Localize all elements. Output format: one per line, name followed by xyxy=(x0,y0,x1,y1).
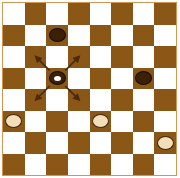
king-center-mark xyxy=(54,76,61,81)
square-r4c3[interactable] xyxy=(68,89,90,111)
square-r6c0[interactable] xyxy=(3,132,25,154)
square-r6c2[interactable] xyxy=(46,132,68,154)
square-r7c3[interactable] xyxy=(68,154,90,176)
square-r4c2[interactable] xyxy=(46,89,68,111)
square-r6c6[interactable] xyxy=(133,132,155,154)
square-r2c7[interactable] xyxy=(154,46,176,68)
square-r0c7[interactable] xyxy=(154,3,176,25)
square-r3c7[interactable] xyxy=(154,68,176,90)
square-r2c5[interactable] xyxy=(111,46,133,68)
square-r3c4[interactable] xyxy=(90,68,112,90)
square-r6c1[interactable] xyxy=(25,132,47,154)
square-r4c5[interactable] xyxy=(111,89,133,111)
square-r7c0[interactable] xyxy=(3,154,25,176)
light-man[interactable] xyxy=(92,114,109,128)
square-r1c6[interactable] xyxy=(133,25,155,47)
square-r1c7[interactable] xyxy=(154,25,176,47)
light-man[interactable] xyxy=(5,114,22,128)
dark-man[interactable] xyxy=(135,71,152,85)
square-r1c3[interactable] xyxy=(68,25,90,47)
square-r5c5[interactable] xyxy=(111,111,133,133)
square-r5c0[interactable] xyxy=(3,111,25,133)
square-r6c7[interactable] xyxy=(154,132,176,154)
checkers-app xyxy=(0,0,180,178)
square-r4c4[interactable] xyxy=(90,89,112,111)
square-r0c6[interactable] xyxy=(133,3,155,25)
square-r7c2[interactable] xyxy=(46,154,68,176)
square-r3c6[interactable] xyxy=(133,68,155,90)
square-r2c2[interactable] xyxy=(46,46,68,68)
square-r2c3[interactable] xyxy=(68,46,90,68)
square-r2c1[interactable] xyxy=(25,46,47,68)
square-r5c6[interactable] xyxy=(133,111,155,133)
square-r7c4[interactable] xyxy=(90,154,112,176)
square-r4c1[interactable] xyxy=(25,89,47,111)
square-r0c3[interactable] xyxy=(68,3,90,25)
square-r0c2[interactable] xyxy=(46,3,68,25)
square-r0c5[interactable] xyxy=(111,3,133,25)
square-r5c1[interactable] xyxy=(25,111,47,133)
square-r5c2[interactable] xyxy=(46,111,68,133)
square-r7c7[interactable] xyxy=(154,154,176,176)
square-r4c6[interactable] xyxy=(133,89,155,111)
square-r5c3[interactable] xyxy=(68,111,90,133)
square-r6c4[interactable] xyxy=(90,132,112,154)
square-r0c4[interactable] xyxy=(90,3,112,25)
square-r0c0[interactable] xyxy=(3,3,25,25)
square-r1c5[interactable] xyxy=(111,25,133,47)
square-r3c3[interactable] xyxy=(68,68,90,90)
square-r2c0[interactable] xyxy=(3,46,25,68)
square-r7c6[interactable] xyxy=(133,154,155,176)
dark-man[interactable] xyxy=(49,28,66,42)
square-r7c1[interactable] xyxy=(25,154,47,176)
square-r1c2[interactable] xyxy=(46,25,68,47)
square-r5c4[interactable] xyxy=(90,111,112,133)
square-r4c0[interactable] xyxy=(3,89,25,111)
square-r6c3[interactable] xyxy=(68,132,90,154)
square-r6c5[interactable] xyxy=(111,132,133,154)
checkers-board xyxy=(2,2,177,176)
square-r1c0[interactable] xyxy=(3,25,25,47)
square-r3c2[interactable] xyxy=(46,68,68,90)
dark-king-selected[interactable] xyxy=(49,71,66,85)
square-r3c1[interactable] xyxy=(25,68,47,90)
square-r3c0[interactable] xyxy=(3,68,25,90)
square-r7c5[interactable] xyxy=(111,154,133,176)
square-r4c7[interactable] xyxy=(154,89,176,111)
square-r0c1[interactable] xyxy=(25,3,47,25)
square-r2c6[interactable] xyxy=(133,46,155,68)
light-man[interactable] xyxy=(157,136,174,150)
square-r5c7[interactable] xyxy=(154,111,176,133)
square-r1c4[interactable] xyxy=(90,25,112,47)
square-r2c4[interactable] xyxy=(90,46,112,68)
square-r1c1[interactable] xyxy=(25,25,47,47)
square-r3c5[interactable] xyxy=(111,68,133,90)
